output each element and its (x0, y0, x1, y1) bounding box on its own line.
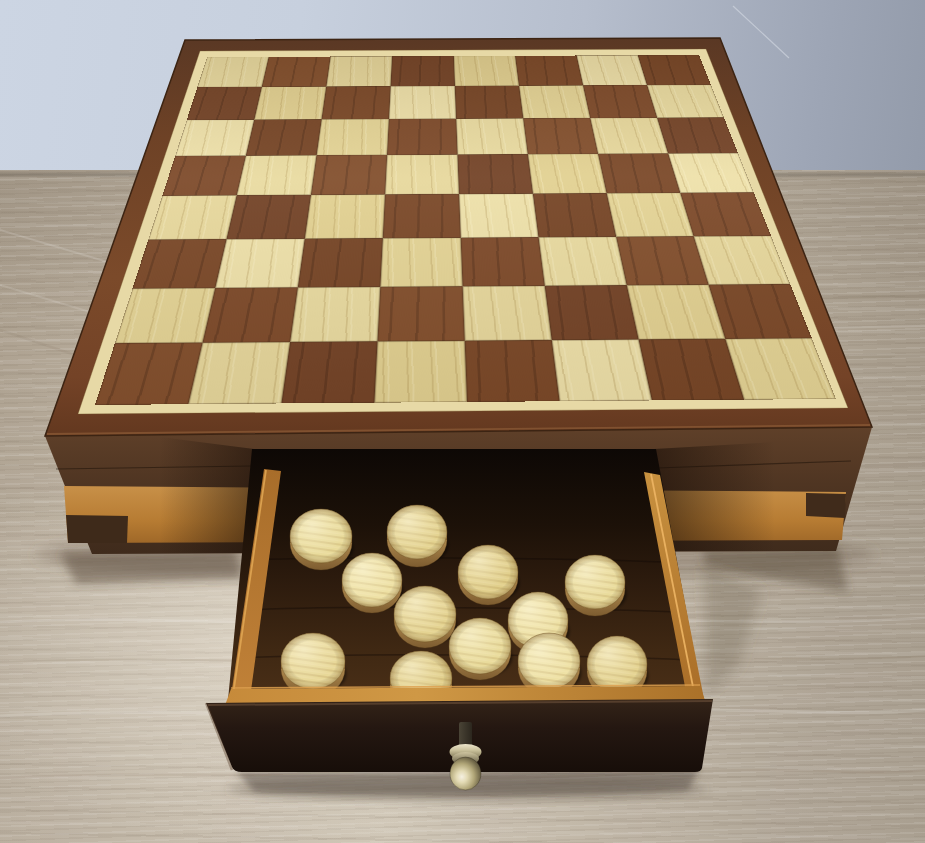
board-square (175, 120, 254, 156)
board-square (281, 341, 377, 403)
board-square (391, 56, 455, 86)
board-square (188, 342, 290, 404)
board-square (311, 155, 387, 195)
wall-scratch (733, 6, 789, 58)
board-square (298, 238, 383, 287)
board-square (389, 86, 456, 119)
board-square (317, 119, 389, 155)
board-square (539, 237, 627, 286)
board-square (290, 287, 380, 342)
board-square (246, 119, 322, 155)
board-square (616, 236, 708, 285)
checker-disc[interactable] (290, 509, 353, 570)
board-square (132, 239, 226, 288)
board-square (533, 193, 616, 237)
board-square (545, 285, 639, 340)
board-square (305, 194, 385, 238)
board-square (383, 194, 461, 238)
board-square (459, 194, 538, 238)
checker-disc[interactable] (449, 618, 512, 680)
board-square (465, 340, 560, 402)
box-joint-notch-right (806, 493, 846, 518)
board-square (380, 238, 462, 287)
board-square (552, 339, 652, 401)
checker-disc[interactable] (342, 553, 404, 613)
board-square (115, 288, 215, 343)
board-square (215, 239, 305, 288)
checker-disc[interactable] (394, 586, 457, 648)
board-square (187, 87, 262, 120)
board-square (454, 56, 519, 86)
board-square (515, 56, 583, 86)
board-square (647, 85, 724, 118)
board-square (458, 154, 533, 194)
board-square (254, 87, 326, 120)
board-square (463, 286, 552, 341)
board-square (262, 56, 331, 86)
board-square (148, 195, 237, 239)
board-square (162, 156, 246, 196)
box-joint-notch-left (66, 515, 128, 543)
board-square (197, 57, 269, 87)
board-square (203, 287, 298, 342)
checker-disc[interactable] (458, 545, 520, 605)
board-square (583, 85, 657, 118)
board-square (387, 119, 457, 155)
board-square (455, 86, 523, 119)
board-square (378, 286, 465, 341)
board-square (523, 118, 598, 154)
board-square (598, 153, 680, 193)
photo-scene (0, 0, 925, 843)
board-square (227, 195, 311, 239)
board-square (237, 155, 317, 195)
board-square (385, 155, 459, 195)
board-square (95, 343, 203, 405)
board-square (590, 118, 668, 154)
board-square (326, 56, 392, 86)
board-square (657, 117, 738, 153)
board-square (528, 154, 607, 194)
board-square (638, 55, 711, 85)
board-square (461, 237, 545, 286)
board-square (456, 118, 528, 154)
board-square (577, 55, 648, 85)
board-square (322, 86, 391, 119)
board-square (519, 85, 590, 118)
board-square (374, 341, 467, 403)
board-square (607, 193, 694, 237)
checker-disc[interactable] (387, 505, 449, 567)
checker-disc[interactable] (565, 555, 627, 616)
